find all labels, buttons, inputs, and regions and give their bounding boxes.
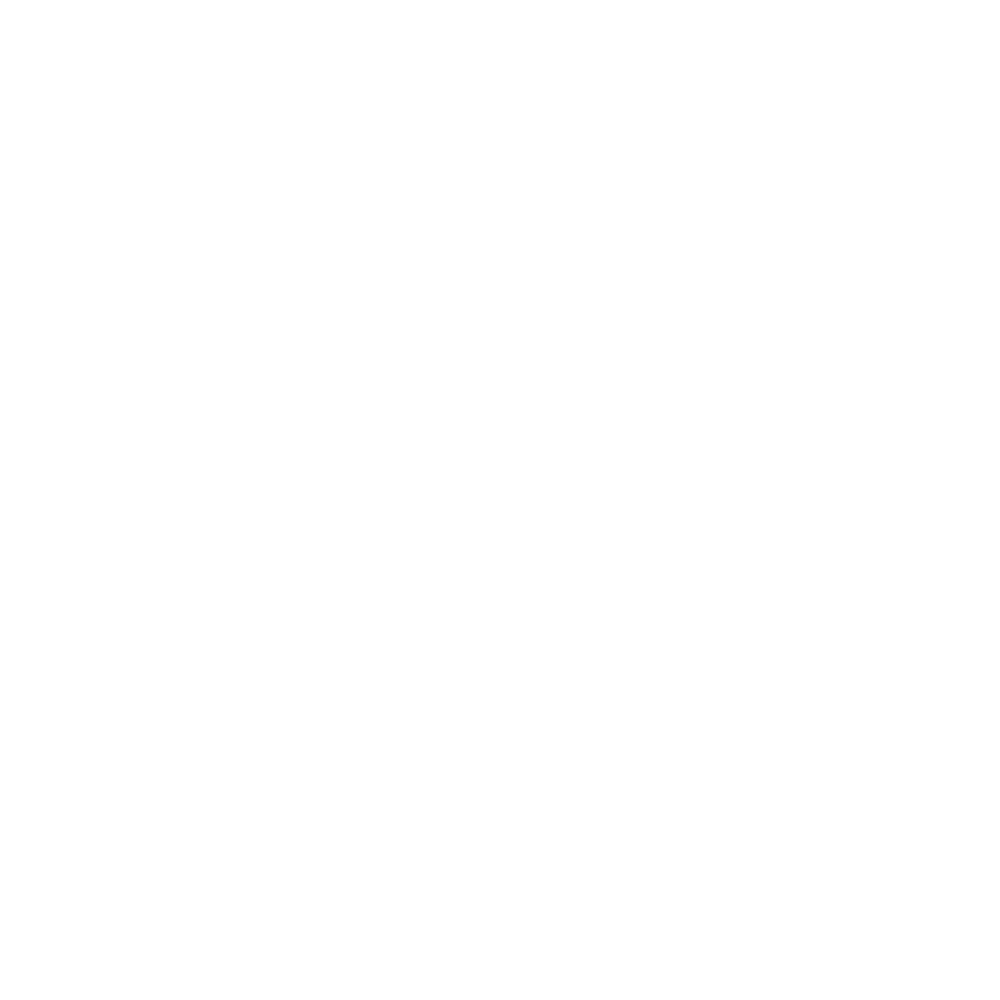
product-photo [0,0,1000,1000]
scene-svg [0,0,1000,1000]
